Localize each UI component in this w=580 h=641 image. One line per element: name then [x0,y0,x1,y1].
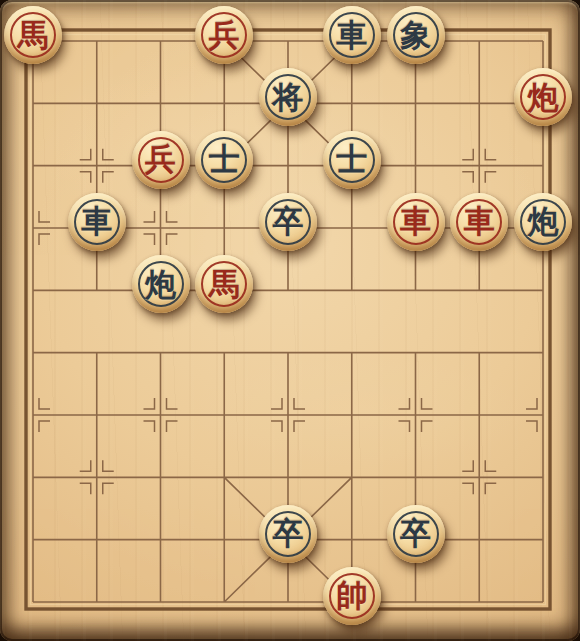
piece-glyph: 馬 [195,255,253,313]
piece-black-advisor[interactable]: 士 [323,131,381,189]
piece-red-cannon[interactable]: 炮 [514,68,572,126]
piece-black-cannon[interactable]: 炮 [132,255,190,313]
piece-black-soldier[interactable]: 卒 [259,505,317,563]
piece-red-soldier[interactable]: 兵 [195,6,253,64]
piece-glyph: 車 [68,193,126,251]
piece-glyph: 卒 [259,505,317,563]
piece-red-horse[interactable]: 馬 [195,255,253,313]
piece-glyph: 兵 [195,6,253,64]
piece-black-cannon[interactable]: 炮 [514,193,572,251]
piece-glyph: 炮 [514,68,572,126]
piece-glyph: 象 [387,6,445,64]
piece-glyph: 士 [195,131,253,189]
piece-glyph: 兵 [132,131,190,189]
piece-black-advisor[interactable]: 士 [195,131,253,189]
piece-glyph: 炮 [514,193,572,251]
piece-glyph: 帥 [323,567,381,625]
piece-red-chariot[interactable]: 車 [387,193,445,251]
piece-black-soldier[interactable]: 卒 [259,193,317,251]
piece-glyph: 炮 [132,255,190,313]
piece-glyph: 馬 [4,6,62,64]
piece-red-general[interactable]: 帥 [323,567,381,625]
piece-glyph: 卒 [259,193,317,251]
piece-black-chariot[interactable]: 車 [323,6,381,64]
piece-black-elephant[interactable]: 象 [387,6,445,64]
piece-glyph: 車 [450,193,508,251]
xiangqi-app: 馬兵車象将炮兵士士車卒車車炮炮馬卒卒帥 [0,0,580,641]
piece-red-soldier[interactable]: 兵 [132,131,190,189]
piece-black-chariot[interactable]: 車 [68,193,126,251]
piece-black-general[interactable]: 将 [259,68,317,126]
piece-glyph: 将 [259,68,317,126]
piece-glyph: 卒 [387,505,445,563]
xiangqi-board[interactable]: 馬兵車象将炮兵士士車卒車車炮炮馬卒卒帥 [0,0,580,641]
piece-black-soldier[interactable]: 卒 [387,505,445,563]
piece-red-chariot[interactable]: 車 [450,193,508,251]
piece-glyph: 車 [323,6,381,64]
piece-glyph: 士 [323,131,381,189]
piece-glyph: 車 [387,193,445,251]
piece-red-horse[interactable]: 馬 [4,6,62,64]
